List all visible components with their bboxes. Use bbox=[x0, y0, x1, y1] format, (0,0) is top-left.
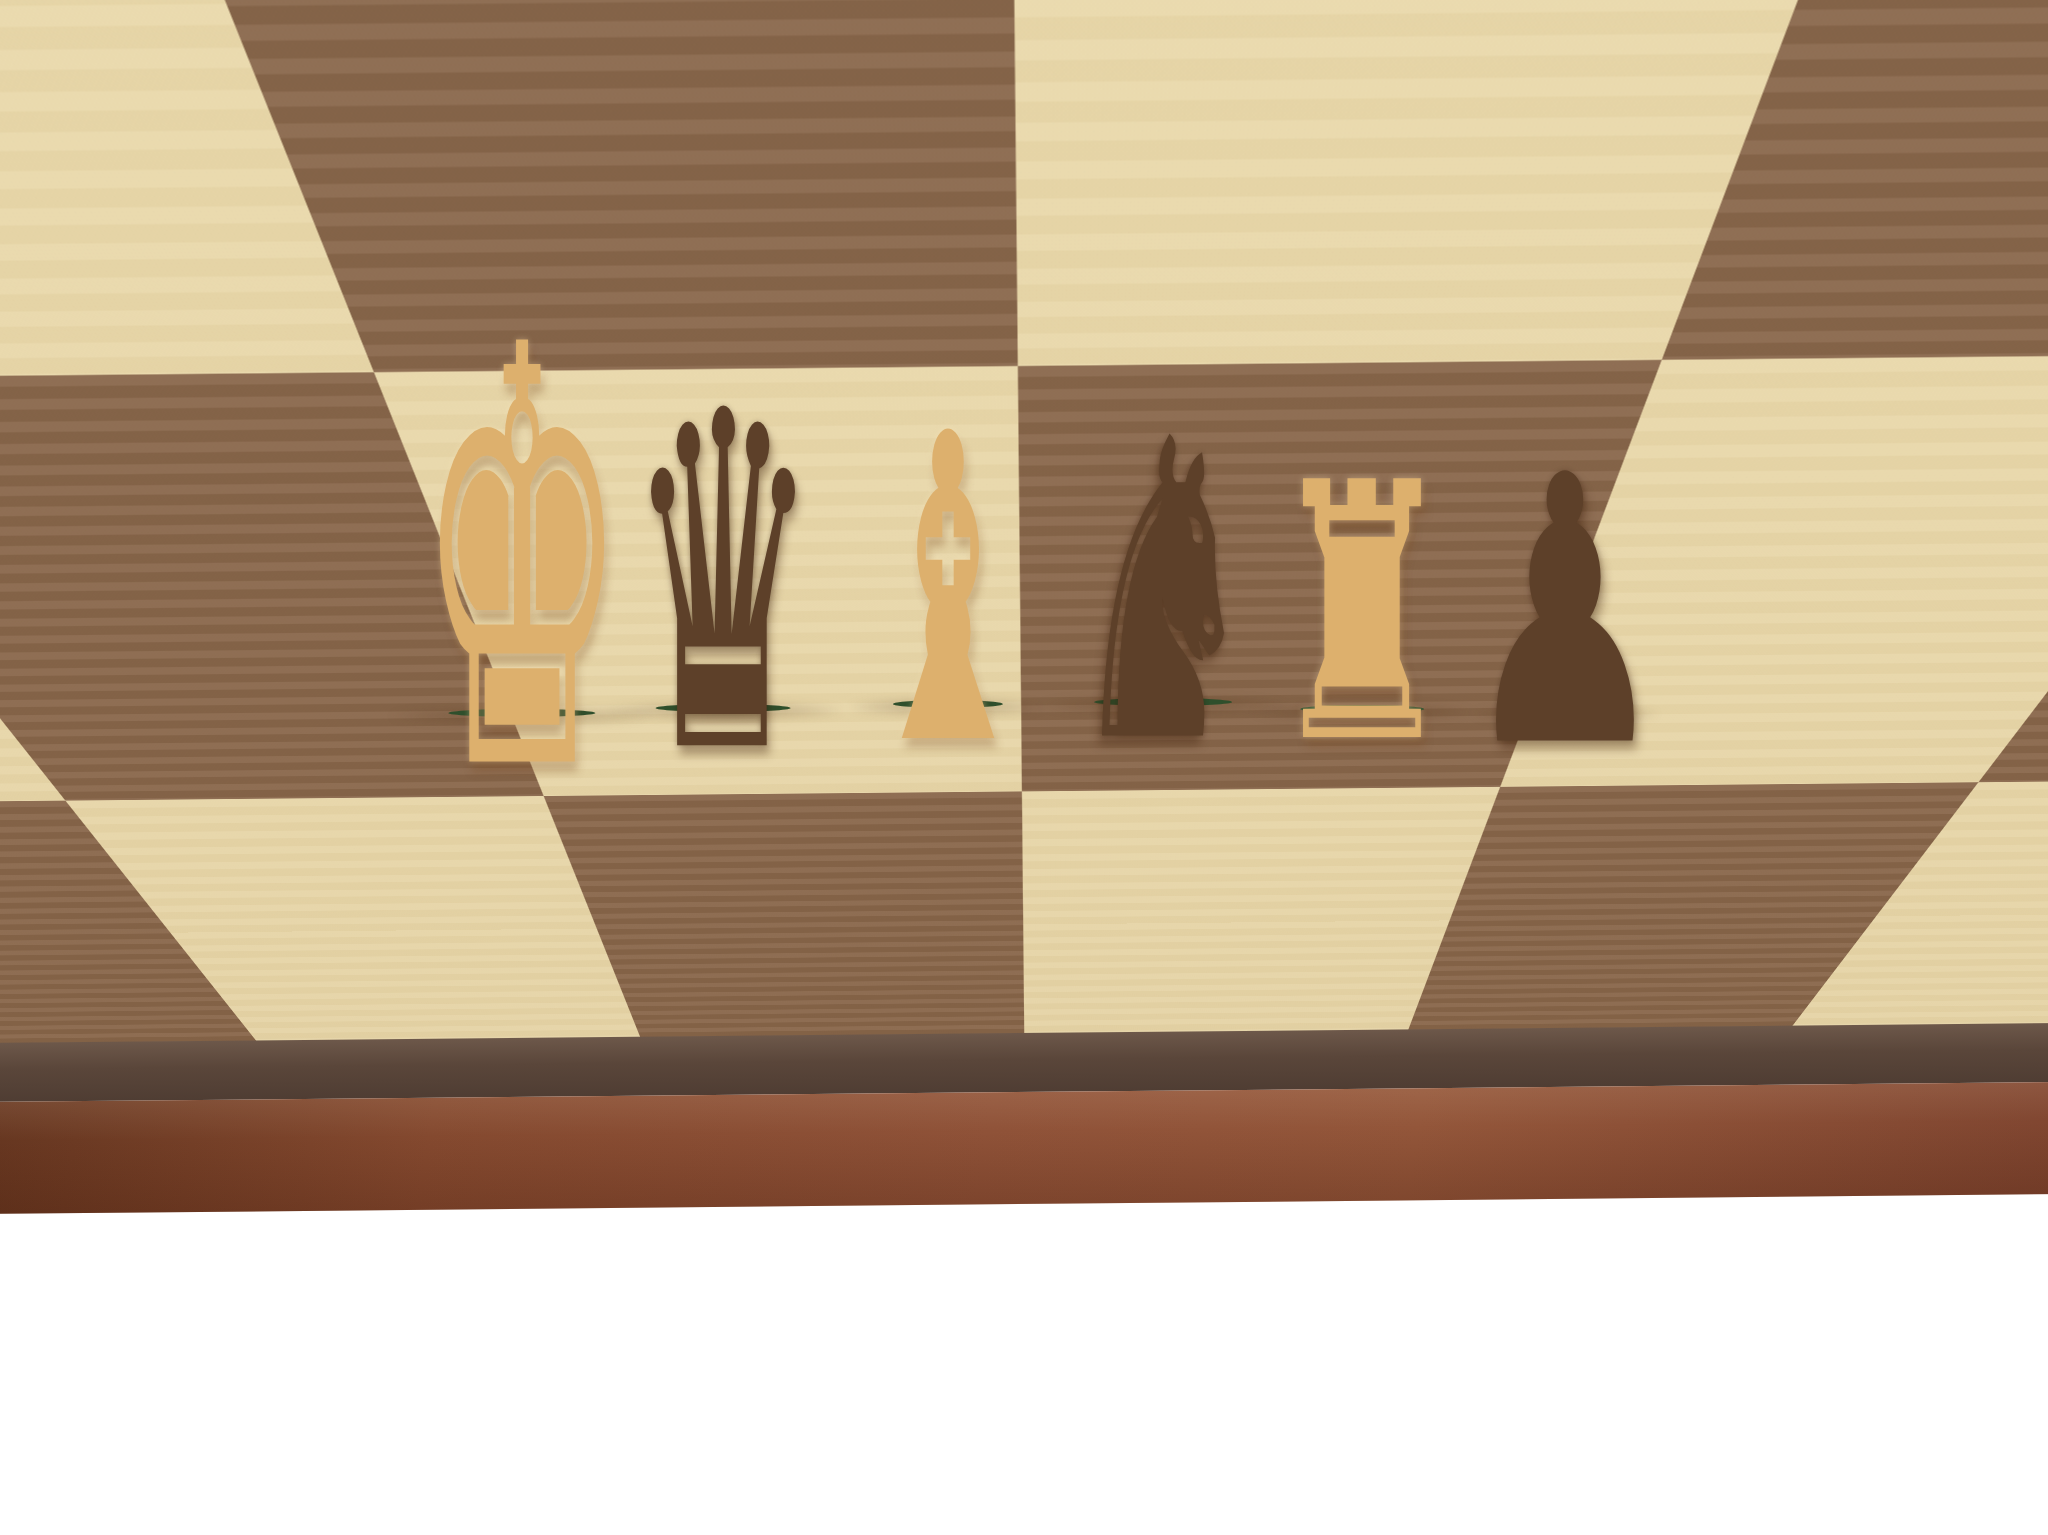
queen-glyph: ♛ bbox=[628, 353, 819, 818]
pawn-glyph: ♟ bbox=[1462, 428, 1668, 798]
knight-glyph: ♞ bbox=[1067, 386, 1258, 799]
king-glyph: ♚ bbox=[417, 272, 627, 850]
bishop-glyph: ♝ bbox=[860, 380, 1037, 804]
product-photo-stage: ♚ ♛ ♝ ♞ ♜ ♟ bbox=[0, 0, 2048, 1535]
rook-glyph: ♜ bbox=[1268, 438, 1456, 792]
piece-row: ♚ ♛ ♝ ♞ ♜ ♟ bbox=[0, 0, 2048, 1535]
